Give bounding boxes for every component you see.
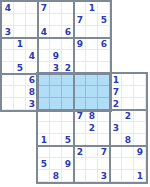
- sudoku-cell[interactable]: [110, 134, 122, 146]
- sudoku-cell[interactable]: [62, 110, 74, 122]
- sudoku-cell-overlap[interactable]: [86, 74, 98, 86]
- sudoku-cell[interactable]: [62, 122, 74, 134]
- sudoku-cell-overlap[interactable]: [50, 74, 62, 86]
- sudoku-cell[interactable]: 5: [38, 158, 50, 170]
- sudoku-cell[interactable]: [74, 50, 86, 62]
- sudoku-cell[interactable]: [134, 86, 146, 98]
- sudoku-cell[interactable]: 7: [74, 110, 86, 122]
- sudoku-cell[interactable]: 6: [98, 38, 110, 50]
- sudoku-cell-overlap[interactable]: [74, 86, 86, 98]
- sudoku-cell[interactable]: [122, 74, 134, 86]
- sudoku-cell[interactable]: [74, 134, 86, 146]
- sudoku-cell[interactable]: [62, 50, 74, 62]
- sudoku-cell[interactable]: 4: [2, 2, 14, 14]
- sudoku-cell[interactable]: 2: [110, 98, 122, 110]
- sudoku-cell[interactable]: [38, 122, 50, 134]
- sudoku-cell-overlap[interactable]: [50, 98, 62, 110]
- sudoku-cell[interactable]: 3: [50, 62, 62, 74]
- sudoku-cell[interactable]: 1: [86, 2, 98, 14]
- sudoku-grid-bottom: 1727822315827959831: [38, 74, 146, 182]
- sudoku-cell[interactable]: [50, 146, 62, 158]
- sudoku-cell[interactable]: [38, 38, 50, 50]
- sudoku-cell[interactable]: [50, 2, 62, 14]
- sudoku-cell[interactable]: 2: [62, 62, 74, 74]
- sudoku-cell[interactable]: 9: [50, 50, 62, 62]
- sudoku-cell[interactable]: 7: [110, 86, 122, 98]
- sudoku-cell[interactable]: [122, 146, 134, 158]
- sudoku-cell-overlap[interactable]: [98, 98, 110, 110]
- sudoku-cell[interactable]: [38, 62, 50, 74]
- sudoku-cell[interactable]: 8: [122, 134, 134, 146]
- sudoku-cell[interactable]: [2, 38, 14, 50]
- sudoku-cell[interactable]: [38, 170, 50, 182]
- sudoku-cell[interactable]: [134, 122, 146, 134]
- sudoku-cell-overlap[interactable]: [98, 74, 110, 86]
- sudoku-cell[interactable]: 7: [74, 14, 86, 26]
- sudoku-cell[interactable]: [26, 14, 38, 26]
- sudoku-cell[interactable]: [74, 2, 86, 14]
- sudoku-cell[interactable]: 2: [86, 122, 98, 134]
- sudoku-cell[interactable]: [110, 146, 122, 158]
- sudoku-cell[interactable]: [74, 170, 86, 182]
- sudoku-cell[interactable]: 1: [14, 38, 26, 50]
- sudoku-cell-overlap[interactable]: [62, 98, 74, 110]
- sudoku-cell[interactable]: [98, 158, 110, 170]
- sudoku-cell[interactable]: 8: [26, 86, 38, 98]
- sudoku-cell[interactable]: [74, 158, 86, 170]
- sudoku-cell[interactable]: [50, 26, 62, 38]
- sudoku-cell[interactable]: [50, 134, 62, 146]
- sudoku-cell[interactable]: [134, 110, 146, 122]
- sudoku-cell-overlap[interactable]: [50, 86, 62, 98]
- sudoku-cell[interactable]: 5: [98, 14, 110, 26]
- sudoku-cell[interactable]: [50, 38, 62, 50]
- sudoku-cell-overlap[interactable]: [74, 74, 86, 86]
- sudoku-cell[interactable]: 7: [38, 2, 50, 14]
- sudoku-cell[interactable]: [122, 158, 134, 170]
- sudoku-cell[interactable]: [14, 2, 26, 14]
- sudoku-cell[interactable]: [38, 14, 50, 26]
- sudoku-cell[interactable]: [62, 170, 74, 182]
- twodoku-board: 4717534619649532683 1727822315827959831: [0, 0, 150, 187]
- sudoku-cell-overlap[interactable]: [38, 98, 50, 110]
- sudoku-cell[interactable]: [26, 2, 38, 14]
- sudoku-cell-overlap[interactable]: [38, 74, 50, 86]
- sudoku-cell[interactable]: [62, 146, 74, 158]
- sudoku-cell[interactable]: [50, 122, 62, 134]
- sudoku-cell[interactable]: [74, 26, 86, 38]
- sudoku-cell[interactable]: 9: [134, 146, 146, 158]
- sudoku-cell[interactable]: [14, 86, 26, 98]
- sudoku-cell[interactable]: [122, 122, 134, 134]
- sudoku-cell[interactable]: [110, 158, 122, 170]
- sudoku-cell[interactable]: 3: [98, 170, 110, 182]
- sudoku-cell[interactable]: 6: [62, 26, 74, 38]
- sudoku-cell[interactable]: 3: [26, 98, 38, 110]
- sudoku-cell[interactable]: [62, 14, 74, 26]
- sudoku-cell[interactable]: [134, 158, 146, 170]
- sudoku-cell[interactable]: 4: [38, 26, 50, 38]
- sudoku-cell[interactable]: 2: [122, 110, 134, 122]
- sudoku-cell[interactable]: 3: [110, 122, 122, 134]
- sudoku-cell[interactable]: [38, 50, 50, 62]
- sudoku-cell[interactable]: [86, 26, 98, 38]
- sudoku-cell-overlap[interactable]: [74, 98, 86, 110]
- sudoku-cell[interactable]: [14, 50, 26, 62]
- sudoku-cell-overlap[interactable]: [62, 86, 74, 98]
- sudoku-cell[interactable]: [134, 74, 146, 86]
- sudoku-cell[interactable]: 8: [50, 170, 62, 182]
- sudoku-cell[interactable]: 1: [110, 74, 122, 86]
- sudoku-cell[interactable]: [74, 62, 86, 74]
- sudoku-cell[interactable]: [86, 170, 98, 182]
- sudoku-cell[interactable]: 5: [62, 134, 74, 146]
- sudoku-cell[interactable]: [98, 110, 110, 122]
- sudoku-cell[interactable]: [86, 158, 98, 170]
- sudoku-cell[interactable]: 7: [98, 146, 110, 158]
- sudoku-cell[interactable]: [74, 122, 86, 134]
- sudoku-cell[interactable]: [14, 26, 26, 38]
- sudoku-cell[interactable]: [2, 98, 14, 110]
- sudoku-cell[interactable]: [86, 134, 98, 146]
- sudoku-cell-overlap[interactable]: [62, 74, 74, 86]
- sudoku-cell[interactable]: 4: [26, 50, 38, 62]
- sudoku-cell[interactable]: [134, 134, 146, 146]
- sudoku-cell[interactable]: [86, 38, 98, 50]
- sudoku-cell[interactable]: 6: [26, 74, 38, 86]
- sudoku-cell[interactable]: [2, 86, 14, 98]
- sudoku-cell[interactable]: [62, 38, 74, 50]
- sudoku-cell[interactable]: [98, 134, 110, 146]
- sudoku-cell-overlap[interactable]: [86, 86, 98, 98]
- sudoku-cell[interactable]: [50, 158, 62, 170]
- sudoku-cell[interactable]: 1: [134, 170, 146, 182]
- sudoku-cell[interactable]: [98, 62, 110, 74]
- sudoku-cell[interactable]: [86, 50, 98, 62]
- sudoku-cell[interactable]: [26, 38, 38, 50]
- sudoku-cell[interactable]: [50, 110, 62, 122]
- sudoku-cell[interactable]: [50, 14, 62, 26]
- sudoku-cell[interactable]: [110, 170, 122, 182]
- sudoku-cell-overlap[interactable]: [98, 86, 110, 98]
- sudoku-cell[interactable]: [122, 86, 134, 98]
- sudoku-cell[interactable]: [122, 98, 134, 110]
- sudoku-cell[interactable]: [122, 170, 134, 182]
- sudoku-cell[interactable]: [62, 2, 74, 14]
- sudoku-cell[interactable]: [98, 50, 110, 62]
- sudoku-cell[interactable]: [134, 98, 146, 110]
- sudoku-cell[interactable]: [2, 14, 14, 26]
- sudoku-cell[interactable]: [86, 14, 98, 26]
- sudoku-cell[interactable]: 8: [86, 110, 98, 122]
- sudoku-cell[interactable]: 9: [62, 158, 74, 170]
- sudoku-cell[interactable]: [14, 14, 26, 26]
- sudoku-cell[interactable]: [2, 74, 14, 86]
- sudoku-cell[interactable]: [86, 146, 98, 158]
- sudoku-cell[interactable]: [110, 110, 122, 122]
- sudoku-cell[interactable]: [86, 62, 98, 74]
- sudoku-cell[interactable]: [26, 26, 38, 38]
- sudoku-cell[interactable]: [98, 2, 110, 14]
- sudoku-cell[interactable]: 9: [74, 38, 86, 50]
- sudoku-cell[interactable]: 3: [2, 26, 14, 38]
- sudoku-cell-overlap[interactable]: [38, 86, 50, 98]
- sudoku-cell[interactable]: [14, 98, 26, 110]
- sudoku-cell[interactable]: [38, 146, 50, 158]
- sudoku-cell[interactable]: [2, 62, 14, 74]
- sudoku-cell[interactable]: 1: [38, 134, 50, 146]
- sudoku-cell[interactable]: [98, 122, 110, 134]
- sudoku-cell[interactable]: 5: [14, 62, 26, 74]
- sudoku-cell[interactable]: [38, 110, 50, 122]
- sudoku-cell-overlap[interactable]: [86, 98, 98, 110]
- sudoku-cell[interactable]: [2, 50, 14, 62]
- sudoku-cell[interactable]: 2: [74, 146, 86, 158]
- sudoku-cell[interactable]: [98, 26, 110, 38]
- sudoku-cell[interactable]: [26, 62, 38, 74]
- sudoku-cell[interactable]: [14, 74, 26, 86]
